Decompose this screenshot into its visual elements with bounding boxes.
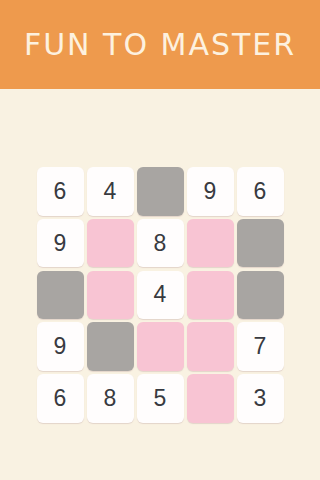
cell-r4c5[interactable]: 7 bbox=[237, 322, 284, 371]
cell-r1c2[interactable]: 4 bbox=[87, 167, 134, 216]
cell-r1c1[interactable]: 6 bbox=[37, 167, 84, 216]
cell-r1c4[interactable]: 9 bbox=[187, 167, 234, 216]
cell-r2c1[interactable]: 9 bbox=[37, 219, 84, 268]
cell-r3c1[interactable] bbox=[37, 271, 84, 320]
header-title: FUN TO MASTER bbox=[24, 27, 296, 62]
cell-r1c5[interactable]: 6 bbox=[237, 167, 284, 216]
cell-r2c5[interactable] bbox=[237, 219, 284, 268]
cell-r3c4[interactable] bbox=[187, 271, 234, 320]
header-banner: FUN TO MASTER bbox=[0, 0, 320, 89]
puzzle-board: 6496984976853 bbox=[37, 167, 284, 423]
cell-r3c5[interactable] bbox=[237, 271, 284, 320]
cell-r2c2[interactable] bbox=[87, 219, 134, 268]
cell-r4c4[interactable] bbox=[187, 322, 234, 371]
cell-r3c2[interactable] bbox=[87, 271, 134, 320]
cell-r5c4[interactable] bbox=[187, 374, 234, 423]
cell-r3c3[interactable]: 4 bbox=[137, 271, 184, 320]
cell-r5c2[interactable]: 8 bbox=[87, 374, 134, 423]
cell-r5c3[interactable]: 5 bbox=[137, 374, 184, 423]
cell-r1c3[interactable] bbox=[137, 167, 184, 216]
cell-r5c5[interactable]: 3 bbox=[237, 374, 284, 423]
cell-r4c3[interactable] bbox=[137, 322, 184, 371]
cell-r4c1[interactable]: 9 bbox=[37, 322, 84, 371]
cell-r2c3[interactable]: 8 bbox=[137, 219, 184, 268]
cell-r2c4[interactable] bbox=[187, 219, 234, 268]
cell-r5c1[interactable]: 6 bbox=[37, 374, 84, 423]
cell-r4c2[interactable] bbox=[87, 322, 134, 371]
